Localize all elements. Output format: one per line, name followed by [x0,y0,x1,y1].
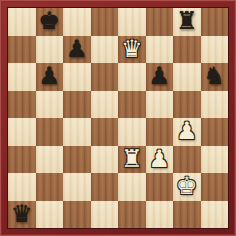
square-a5[interactable] [8,91,36,119]
square-d4[interactable] [91,118,119,146]
square-g7[interactable] [173,36,201,64]
square-b4[interactable] [36,118,64,146]
square-d1[interactable] [91,201,119,229]
piece-white-pawn[interactable]: ♟ [176,118,198,146]
square-b6[interactable]: ♟ [36,63,64,91]
chess-board-frame: ♚♜♟♛♟♟♞♟♜♟♚♛ [0,0,236,236]
square-f5[interactable] [146,91,174,119]
square-f6[interactable]: ♟ [146,63,174,91]
square-b1[interactable] [36,201,64,229]
piece-black-pawn[interactable]: ♟ [148,63,170,91]
square-e1[interactable] [118,201,146,229]
piece-black-knight[interactable]: ♞ [203,63,225,91]
square-a8[interactable] [8,8,36,36]
piece-white-queen[interactable]: ♛ [121,36,143,64]
square-e6[interactable] [118,63,146,91]
square-e7[interactable]: ♛ [118,36,146,64]
piece-white-rook[interactable]: ♜ [121,146,143,174]
piece-black-pawn[interactable]: ♟ [38,63,60,91]
square-b3[interactable] [36,146,64,174]
square-c8[interactable] [63,8,91,36]
square-b2[interactable] [36,173,64,201]
square-h8[interactable] [201,8,229,36]
square-g8[interactable]: ♜ [173,8,201,36]
square-c6[interactable] [63,63,91,91]
square-c7[interactable]: ♟ [63,36,91,64]
square-f8[interactable] [146,8,174,36]
square-h3[interactable] [201,146,229,174]
square-f3[interactable]: ♟ [146,146,174,174]
square-g4[interactable]: ♟ [173,118,201,146]
square-e4[interactable] [118,118,146,146]
square-h6[interactable]: ♞ [201,63,229,91]
square-g6[interactable] [173,63,201,91]
square-e3[interactable]: ♜ [118,146,146,174]
square-h5[interactable] [201,91,229,119]
square-f2[interactable] [146,173,174,201]
square-a7[interactable] [8,36,36,64]
square-h7[interactable] [201,36,229,64]
square-d5[interactable] [91,91,119,119]
square-c4[interactable] [63,118,91,146]
piece-white-pawn[interactable]: ♟ [148,146,170,174]
square-b8[interactable]: ♚ [36,8,64,36]
square-c2[interactable] [63,173,91,201]
square-g3[interactable] [173,146,201,174]
chess-board: ♚♜♟♛♟♟♞♟♜♟♚♛ [8,8,228,228]
square-e5[interactable] [118,91,146,119]
square-c1[interactable] [63,201,91,229]
square-h2[interactable] [201,173,229,201]
piece-black-pawn[interactable]: ♟ [66,36,88,64]
square-f4[interactable] [146,118,174,146]
square-d7[interactable] [91,36,119,64]
square-a3[interactable] [8,146,36,174]
square-b5[interactable] [36,91,64,119]
square-c5[interactable] [63,91,91,119]
square-d3[interactable] [91,146,119,174]
square-a6[interactable] [8,63,36,91]
square-a2[interactable] [8,173,36,201]
square-f7[interactable] [146,36,174,64]
square-d6[interactable] [91,63,119,91]
piece-black-queen[interactable]: ♛ [11,201,33,229]
square-b7[interactable] [36,36,64,64]
square-g1[interactable] [173,201,201,229]
square-h4[interactable] [201,118,229,146]
piece-white-king[interactable]: ♚ [176,173,198,201]
square-a4[interactable] [8,118,36,146]
square-g5[interactable] [173,91,201,119]
square-h1[interactable] [201,201,229,229]
square-d2[interactable] [91,173,119,201]
square-d8[interactable] [91,8,119,36]
piece-black-rook[interactable]: ♜ [176,8,198,36]
square-g2[interactable]: ♚ [173,173,201,201]
square-f1[interactable] [146,201,174,229]
piece-black-king[interactable]: ♚ [38,8,60,36]
square-e2[interactable] [118,173,146,201]
square-a1[interactable]: ♛ [8,201,36,229]
square-e8[interactable] [118,8,146,36]
square-c3[interactable] [63,146,91,174]
